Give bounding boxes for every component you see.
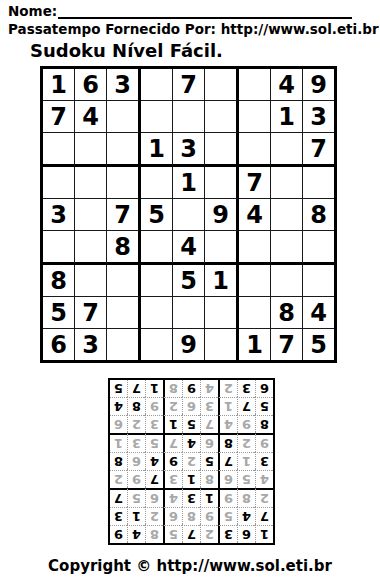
puzzle-cell-r1c3: 3 <box>107 69 141 101</box>
puzzle-cell-r7c4 <box>141 265 173 297</box>
solution-cell-r3c2: 8 <box>237 488 255 507</box>
puzzle-cell-r8c9: 4 <box>303 297 334 329</box>
puzzle-cell-r2c1: 7 <box>43 101 75 133</box>
puzzle-cell-r6c3: 8 <box>107 231 141 265</box>
solution-cell-r5c3: 7 <box>218 452 237 470</box>
solution-cell-r9c9: 5 <box>110 380 127 397</box>
name-label: Nome: <box>8 3 57 19</box>
puzzle-cell-r9c6 <box>205 329 239 360</box>
solution-cell-r6c5: 4 <box>182 433 200 452</box>
puzzle-cell-r7c1: 8 <box>43 265 75 297</box>
puzzle-cell-r9c5: 9 <box>173 329 205 360</box>
puzzle-cell-r4c6 <box>205 167 239 199</box>
solution-cell-r7c7: 3 <box>145 415 163 433</box>
solution-cell-r5c6: 9 <box>163 452 182 470</box>
puzzle-cell-r9c3 <box>107 329 141 360</box>
puzzle-cell-r3c2 <box>75 133 107 167</box>
puzzle-cell-r2c7 <box>239 101 271 133</box>
solution-cell-r9c6: 8 <box>163 380 182 397</box>
puzzle-cell-r2c6 <box>205 101 239 133</box>
puzzle-cell-r7c9 <box>303 265 334 297</box>
puzzle-cell-r8c2: 7 <box>75 297 107 329</box>
solution-cell-r1c5: 7 <box>182 525 200 543</box>
puzzle-cell-r3c4: 1 <box>141 133 173 167</box>
puzzle-cell-r3c1 <box>43 133 75 167</box>
solution-cell-r4c1: 4 <box>255 470 273 488</box>
solution-cell-r7c8: 2 <box>127 415 145 433</box>
solution-cell-r3c4: 1 <box>200 488 218 507</box>
puzzle-cell-r2c2: 4 <box>75 101 107 133</box>
puzzle-cell-r1c6 <box>205 69 239 101</box>
solution-cell-r4c7: 7 <box>145 470 163 488</box>
solution-cell-r2c2: 4 <box>237 507 255 525</box>
solution-cell-r1c7: 8 <box>145 525 163 543</box>
solution-cell-r8c7: 9 <box>145 397 163 415</box>
puzzle-cell-r1c9: 9 <box>303 69 334 101</box>
puzzle-cell-r5c5 <box>173 199 205 231</box>
solution-cell-r1c6: 5 <box>163 525 182 543</box>
solution-cell-r9c7: 1 <box>145 380 163 397</box>
solution-cell-r2c6: 6 <box>163 507 182 525</box>
puzzle-cell-r4c4 <box>141 167 173 199</box>
puzzle-cell-r4c3 <box>107 167 141 199</box>
puzzle-cell-r9c2: 3 <box>75 329 107 360</box>
puzzle-cell-r1c1: 1 <box>43 69 75 101</box>
solution-cell-r3c1: 2 <box>255 488 273 507</box>
puzzle-cell-r1c7 <box>239 69 271 101</box>
puzzle-cell-r6c7 <box>239 231 271 265</box>
solution-cell-r7c6: 1 <box>163 415 182 433</box>
solution-cell-r7c4: 7 <box>200 415 218 433</box>
solution-cell-r9c4: 4 <box>200 380 218 397</box>
page-title: Sudoku Nível Fácil. <box>30 40 223 61</box>
puzzle-cell-r6c9 <box>303 231 334 265</box>
puzzle-cell-r3c9: 7 <box>303 133 334 167</box>
solution-cell-r4c9: 2 <box>110 470 127 488</box>
puzzle-cell-r3c8 <box>271 133 303 167</box>
puzzle-cell-r5c3: 7 <box>107 199 141 231</box>
solution-cell-r8c2: 7 <box>237 397 255 415</box>
solution-cell-r4c8: 9 <box>127 470 145 488</box>
solution-cell-r1c4: 2 <box>200 525 218 543</box>
solution-cell-r7c2: 9 <box>237 415 255 433</box>
solution-cell-r4c3: 6 <box>218 470 237 488</box>
solution-cell-r4c4: 8 <box>200 470 218 488</box>
puzzle-cell-r6c6 <box>205 231 239 265</box>
solution-cell-r1c8: 4 <box>127 525 145 543</box>
sudoku-solution-grid-rotated: 1632758497459862132891346574568137923175… <box>108 378 275 545</box>
solution-cell-r3c7: 6 <box>145 488 163 507</box>
solution-cell-r3c8: 5 <box>127 488 145 507</box>
solution-cell-r6c2: 2 <box>237 433 255 452</box>
solution-cell-r9c8: 7 <box>127 380 145 397</box>
solution-cell-r4c2: 5 <box>237 470 255 488</box>
solution-cell-r9c1: 6 <box>255 380 273 397</box>
solution-cell-r2c7: 2 <box>145 507 163 525</box>
solution-cell-r8c5: 6 <box>182 397 200 415</box>
solution-cell-r9c2: 3 <box>237 380 255 397</box>
solution-cell-r8c9: 4 <box>110 397 127 415</box>
solution-cell-r7c5: 5 <box>182 415 200 433</box>
puzzle-cell-r7c8 <box>271 265 303 297</box>
solution-cell-r3c5: 3 <box>182 488 200 507</box>
solution-cell-r7c3: 4 <box>218 415 237 433</box>
puzzle-cell-r9c7: 1 <box>239 329 271 360</box>
puzzle-cell-r3c7 <box>239 133 271 167</box>
solution-cell-r1c2: 6 <box>237 525 255 543</box>
solution-cell-r5c1: 3 <box>255 452 273 470</box>
solution-cell-r8c6: 2 <box>163 397 182 415</box>
solution-cell-r4c5: 1 <box>182 470 200 488</box>
solution-cell-r8c8: 8 <box>127 397 145 415</box>
puzzle-cell-r5c7: 4 <box>239 199 271 231</box>
solution-cell-r7c9: 6 <box>110 415 127 433</box>
puzzle-cell-r8c3 <box>107 297 141 329</box>
puzzle-cell-r7c7 <box>239 265 271 297</box>
puzzle-cell-r1c4 <box>141 69 173 101</box>
puzzle-cell-r6c4 <box>141 231 173 265</box>
solution-cell-r5c7: 4 <box>145 452 163 470</box>
puzzle-cell-r7c3 <box>107 265 141 297</box>
solution-cell-r5c2: 1 <box>237 452 255 470</box>
puzzle-cell-r2c3 <box>107 101 141 133</box>
solution-cell-r5c5: 2 <box>182 452 200 470</box>
solution-cell-r6c1: 9 <box>255 433 273 452</box>
solution-cell-r1c9: 9 <box>110 525 127 543</box>
puzzle-cell-r5c2 <box>75 199 107 231</box>
puzzle-cell-r4c9 <box>303 167 334 199</box>
puzzle-cell-r1c2: 6 <box>75 69 107 101</box>
sudoku-worksheet-page: Nome: Passatempo Fornecido Por: http://w… <box>0 0 380 585</box>
solution-cell-r6c3: 8 <box>218 433 237 452</box>
puzzle-cell-r8c8: 8 <box>271 297 303 329</box>
puzzle-cell-r2c4 <box>141 101 173 133</box>
solution-cell-r5c9: 8 <box>110 452 127 470</box>
puzzle-cell-r6c5: 4 <box>173 231 205 265</box>
puzzle-cell-r8c5 <box>173 297 205 329</box>
solution-cell-r9c3: 2 <box>218 380 237 397</box>
puzzle-cell-r4c1 <box>43 167 75 199</box>
puzzle-cell-r6c2 <box>75 231 107 265</box>
puzzle-cell-r4c5: 1 <box>173 167 205 199</box>
puzzle-cell-r6c1 <box>43 231 75 265</box>
puzzle-cell-r5c4: 5 <box>141 199 173 231</box>
puzzle-cell-r4c7: 7 <box>239 167 271 199</box>
puzzle-cell-r9c4 <box>141 329 173 360</box>
solution-cell-r2c5: 8 <box>182 507 200 525</box>
puzzle-cell-r7c6: 1 <box>205 265 239 297</box>
puzzle-cell-r8c6 <box>205 297 239 329</box>
solution-cell-r5c8: 6 <box>127 452 145 470</box>
puzzle-cell-r5c9: 8 <box>303 199 334 231</box>
puzzle-cell-r3c3 <box>107 133 141 167</box>
puzzle-cell-r8c1: 5 <box>43 297 75 329</box>
puzzle-cell-r4c2 <box>75 167 107 199</box>
solution-cell-r3c9: 7 <box>110 488 127 507</box>
solution-cell-r7c1: 8 <box>255 415 273 433</box>
solution-cell-r2c1: 7 <box>255 507 273 525</box>
puzzle-cell-r1c5: 7 <box>173 69 205 101</box>
solution-cell-r2c4: 9 <box>200 507 218 525</box>
provider-text: Passatempo Fornecido Por: http://www.sol… <box>8 21 379 37</box>
solution-cell-r6c7: 5 <box>145 433 163 452</box>
solution-cell-r2c9: 3 <box>110 507 127 525</box>
name-row: Nome: <box>8 2 352 19</box>
solution-cell-r2c8: 1 <box>127 507 145 525</box>
puzzle-cell-r2c5 <box>173 101 205 133</box>
puzzle-cell-r7c5: 5 <box>173 265 205 297</box>
solution-cell-r5c4: 5 <box>200 452 218 470</box>
solution-cell-r9c5: 9 <box>182 380 200 397</box>
sudoku-puzzle-grid: 163749741313717375948848515784639175 <box>40 66 337 363</box>
puzzle-cell-r3c5: 3 <box>173 133 205 167</box>
puzzle-cell-r1c8: 4 <box>271 69 303 101</box>
solution-cell-r8c3: 1 <box>218 397 237 415</box>
puzzle-cell-r5c8 <box>271 199 303 231</box>
puzzle-cell-r9c9: 5 <box>303 329 334 360</box>
solution-cell-r1c1: 1 <box>255 525 273 543</box>
solution-cell-r8c1: 5 <box>255 397 273 415</box>
name-fill-line <box>58 2 352 19</box>
solution-cell-r6c6: 7 <box>163 433 182 452</box>
solution-cell-r8c4: 3 <box>200 397 218 415</box>
puzzle-cell-r9c8: 7 <box>271 329 303 360</box>
puzzle-cell-r8c4 <box>141 297 173 329</box>
solution-cell-r6c8: 3 <box>127 433 145 452</box>
solution-cell-r6c9: 1 <box>110 433 127 452</box>
puzzle-cell-r8c7 <box>239 297 271 329</box>
puzzle-cell-r9c1: 6 <box>43 329 75 360</box>
solution-cell-r3c6: 4 <box>163 488 182 507</box>
puzzle-cell-r2c9: 3 <box>303 101 334 133</box>
puzzle-cell-r7c2 <box>75 265 107 297</box>
solution-cell-r4c6: 3 <box>163 470 182 488</box>
puzzle-cell-r2c8: 1 <box>271 101 303 133</box>
solution-cell-r3c3: 9 <box>218 488 237 507</box>
copyright-text: Copyright © http://www.sol.eti.br <box>0 557 380 575</box>
solution-cell-r2c3: 5 <box>218 507 237 525</box>
puzzle-cell-r5c1: 3 <box>43 199 75 231</box>
puzzle-cell-r3c6 <box>205 133 239 167</box>
puzzle-cell-r6c8 <box>271 231 303 265</box>
solution-cell-r1c3: 3 <box>218 525 237 543</box>
puzzle-cell-r5c6: 9 <box>205 199 239 231</box>
solution-cell-r6c4: 6 <box>200 433 218 452</box>
puzzle-cell-r4c8 <box>271 167 303 199</box>
